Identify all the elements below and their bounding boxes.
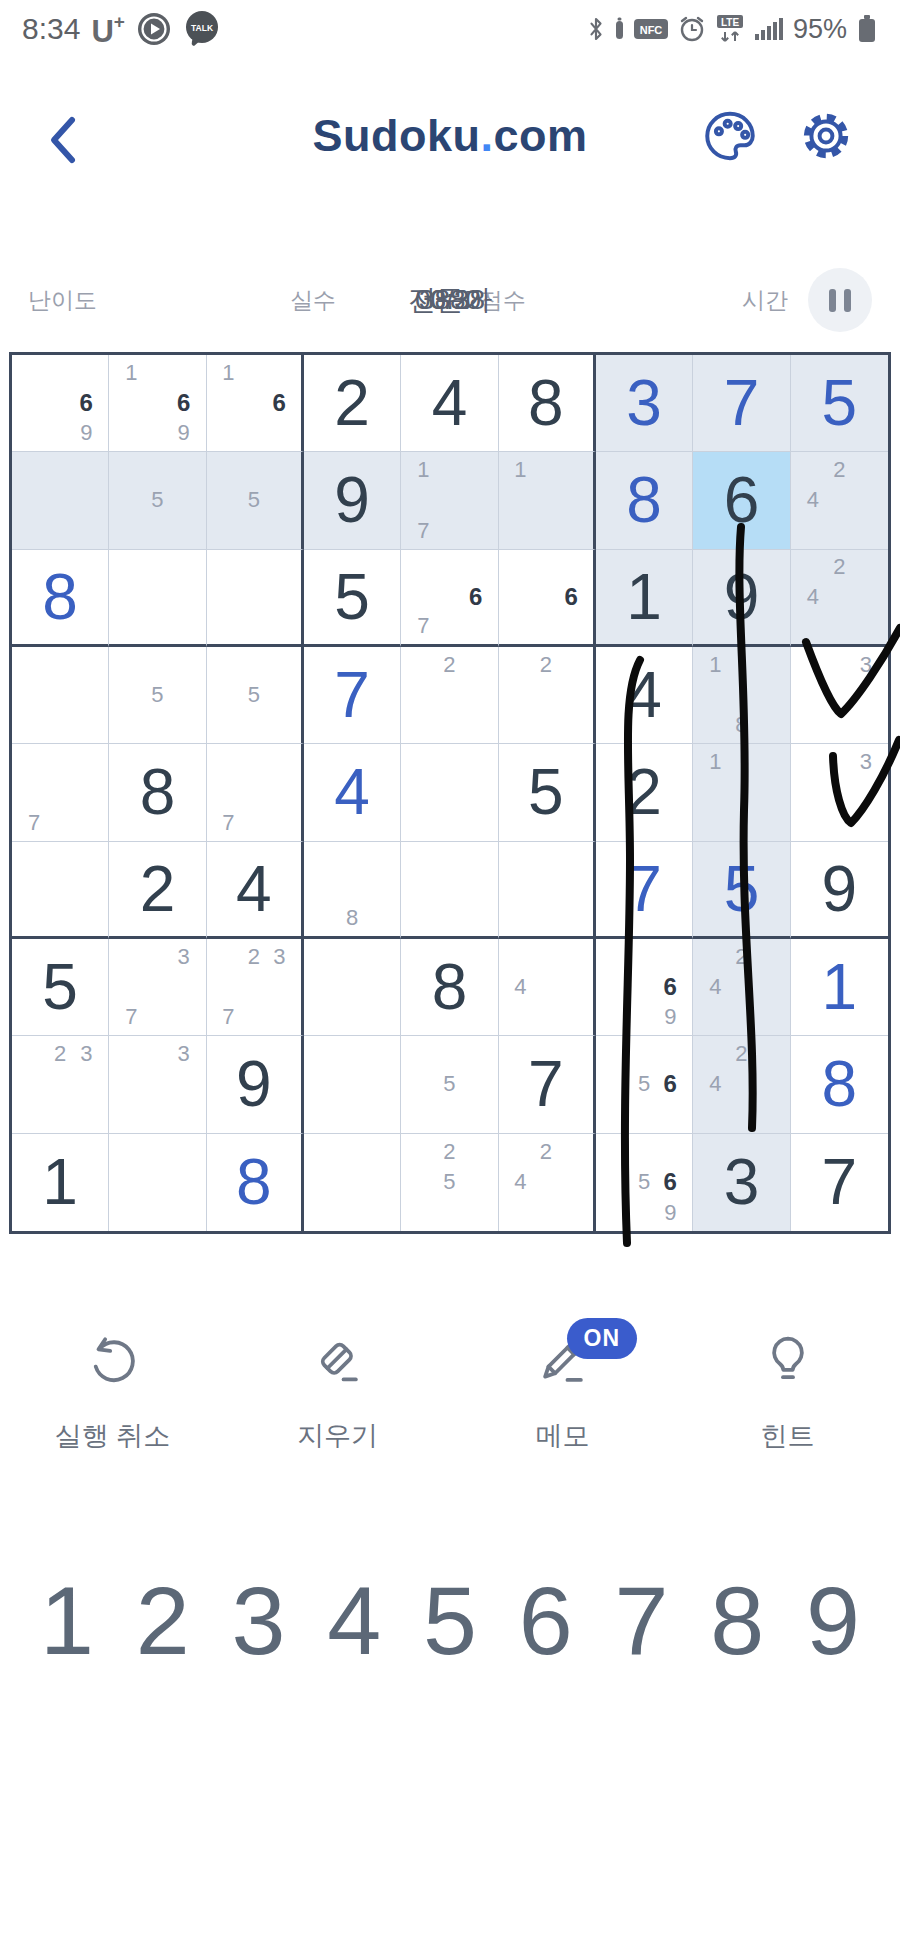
cell-r1c3[interactable]: 16 — [207, 355, 304, 452]
sudoku-board: 6916916248375559171862485676192455722418… — [9, 352, 891, 1234]
app-header: Sudoku.com — [0, 96, 900, 188]
cell-r4c8[interactable]: 18 — [693, 647, 790, 744]
cell-r7c6[interactable]: 4 — [499, 939, 596, 1036]
pencil-marks: 4 — [508, 942, 584, 1032]
pencil-marks: 6 — [508, 553, 584, 641]
cell-r6c4[interactable]: 8 — [304, 842, 401, 939]
sudoku-app-screen: 8:34 U+ TALK NFC — [0, 0, 900, 1950]
svg-text:NFC: NFC — [640, 24, 663, 36]
cell-r7c1[interactable]: 5 — [12, 939, 109, 1036]
cell-r5c2[interactable]: 8 — [109, 744, 206, 841]
pencil-marks: 8 — [313, 845, 391, 933]
pencil-marks: 25 — [410, 1137, 488, 1228]
tool-bar: 실행 취소 지우기 ON — [0, 1332, 900, 1454]
given-digit: 3 — [693, 1134, 789, 1231]
user-digit: 4 — [304, 744, 400, 840]
cell-r1c2[interactable]: 169 — [109, 355, 206, 452]
given-digit: 8 — [109, 744, 205, 840]
given-digit: 5 — [304, 550, 400, 644]
pencil-marks: 3 — [800, 747, 879, 837]
undo-icon — [84, 1332, 142, 1390]
cell-r7c3[interactable]: 237 — [207, 939, 304, 1036]
cell-r3c6[interactable]: 6 — [499, 550, 596, 647]
pencil-marks: 23 — [21, 1039, 99, 1129]
pencil-marks: 24 — [702, 942, 780, 1032]
cell-r4c4[interactable]: 7 — [304, 647, 401, 744]
cell-r2c5[interactable]: 17 — [401, 452, 498, 549]
play-badge-icon — [136, 11, 172, 47]
cell-r7c4[interactable] — [304, 939, 401, 1036]
pencil-marks: 17 — [410, 455, 488, 545]
pencil-marks: 2 — [410, 650, 488, 740]
given-digit: 9 — [693, 550, 789, 644]
numpad-3[interactable]: 3 — [232, 1556, 286, 1686]
given-digit: 6 — [693, 452, 789, 548]
numpad-7[interactable]: 7 — [615, 1556, 669, 1686]
given-digit: 2 — [304, 355, 400, 451]
cell-r5c9[interactable]: 3 — [791, 744, 888, 841]
numpad-9[interactable]: 9 — [806, 1556, 860, 1686]
cell-r2c8[interactable]: 6 — [693, 452, 790, 549]
cell-r1c6[interactable]: 8 — [499, 355, 596, 452]
erase-button[interactable]: 지우기 — [225, 1332, 450, 1454]
signal-strength-icon — [754, 16, 784, 42]
cell-r1c5[interactable]: 4 — [401, 355, 498, 452]
cell-r5c3[interactable]: 7 — [207, 744, 304, 841]
pencil-marks: 2 — [508, 650, 584, 740]
cell-r6c6[interactable] — [499, 842, 596, 939]
user-digit: 8 — [596, 452, 692, 548]
cell-r1c4[interactable]: 2 — [304, 355, 401, 452]
pencil-marks: 1 — [508, 455, 584, 545]
cell-r5c6[interactable]: 5 — [499, 744, 596, 841]
cell-r2c3[interactable]: 5 — [207, 452, 304, 549]
pencil-marks: 24 — [800, 455, 879, 545]
cell-r9c7[interactable]: 569 — [596, 1134, 693, 1231]
cell-r9c5[interactable]: 25 — [401, 1134, 498, 1231]
numpad-4[interactable]: 4 — [327, 1556, 381, 1686]
cell-r8c8[interactable]: 24 — [693, 1036, 790, 1133]
cell-r9c8[interactable]: 3 — [693, 1134, 790, 1231]
cell-r5c5[interactable] — [401, 744, 498, 841]
cell-r4c6[interactable]: 2 — [499, 647, 596, 744]
cell-r8c7[interactable]: 56 — [596, 1036, 693, 1133]
given-digit: 5 — [499, 744, 593, 840]
cell-r2c1[interactable] — [12, 452, 109, 549]
stat-time: 시간 03:28 — [598, 285, 788, 316]
cell-r3c1[interactable]: 8 — [12, 550, 109, 647]
palette-icon[interactable] — [702, 108, 758, 164]
cell-r4c3[interactable]: 5 — [207, 647, 304, 744]
pencil-marks: 18 — [702, 650, 780, 740]
given-digit: 8 — [499, 355, 593, 451]
cell-r6c1[interactable] — [12, 842, 109, 939]
pencil-marks: 56 — [605, 1039, 683, 1129]
cell-r8c3[interactable]: 9 — [207, 1036, 304, 1133]
cell-r2c6[interactable]: 1 — [499, 452, 596, 549]
cell-r7c8[interactable]: 24 — [693, 939, 790, 1036]
cell-r8c5[interactable]: 5 — [401, 1036, 498, 1133]
pencil-marks: 237 — [216, 942, 292, 1032]
user-digit: 8 — [12, 550, 108, 644]
pencil-marks: 7 — [21, 747, 99, 837]
pencil-marks: 3 — [800, 650, 879, 740]
battery-percent: 95% — [793, 14, 847, 45]
pencil-marks: 67 — [410, 553, 488, 641]
user-digit: 7 — [693, 355, 789, 451]
cell-r4c2[interactable]: 5 — [109, 647, 206, 744]
gear-icon[interactable] — [798, 108, 854, 164]
uplus-carrier-logo: U+ — [91, 12, 125, 47]
battery-icon — [856, 14, 878, 44]
cell-r5c8[interactable]: 1 — [693, 744, 790, 841]
given-digit: 4 — [207, 842, 301, 936]
pencil-marks: 3 — [118, 1039, 196, 1129]
pencil-marks: 69 — [21, 358, 99, 448]
cell-r6c9[interactable]: 9 — [791, 842, 888, 939]
cell-r8c2[interactable]: 3 — [109, 1036, 206, 1133]
cell-r4c1[interactable] — [12, 647, 109, 744]
number-pad: 123456789 — [0, 1556, 900, 1686]
lightbulb-icon — [759, 1332, 817, 1390]
cell-r2c7[interactable]: 8 — [596, 452, 693, 549]
pencil-marks: 5 — [410, 1039, 488, 1129]
user-digit: 5 — [693, 842, 789, 936]
given-digit: 8 — [401, 939, 497, 1035]
cell-r7c2[interactable]: 37 — [109, 939, 206, 1036]
user-digit: 8 — [207, 1134, 301, 1231]
cell-r9c2[interactable] — [109, 1134, 206, 1231]
cell-r6c5[interactable] — [401, 842, 498, 939]
notes-on-badge: ON — [567, 1318, 638, 1359]
cell-r3c5[interactable]: 67 — [401, 550, 498, 647]
cell-r6c7[interactable]: 7 — [596, 842, 693, 939]
pencil-marks: 5 — [118, 650, 196, 740]
pencil-marks: 1 — [702, 747, 780, 837]
hint-button[interactable]: 힌트 — [675, 1332, 900, 1454]
given-digit: 4 — [596, 647, 692, 743]
numpad-8[interactable]: 8 — [710, 1556, 764, 1686]
pencil-marks: 5 — [216, 650, 292, 740]
given-digit: 7 — [791, 1134, 888, 1231]
given-digit: 7 — [499, 1036, 593, 1132]
eraser-icon — [309, 1332, 367, 1390]
pencil-marks: 5 — [118, 455, 196, 545]
svg-text:TALK: TALK — [191, 23, 214, 33]
bluetooth-icon — [587, 16, 605, 42]
notes-button[interactable]: ON 메모 — [450, 1332, 675, 1454]
cell-r3c9[interactable]: 24 — [791, 550, 888, 647]
status-bar: 8:34 U+ TALK NFC — [0, 0, 900, 58]
cell-r6c3[interactable]: 4 — [207, 842, 304, 939]
user-digit: 5 — [791, 355, 888, 451]
given-digit: 9 — [304, 452, 400, 548]
alarm-icon — [678, 15, 706, 43]
pencil-marks: 69 — [605, 942, 683, 1032]
pencil-marks: 37 — [118, 942, 196, 1032]
given-digit: 9 — [791, 842, 888, 936]
user-digit: 1 — [791, 939, 888, 1035]
cell-r9c3[interactable]: 8 — [207, 1134, 304, 1231]
cell-r8c4[interactable] — [304, 1036, 401, 1133]
user-digit: 7 — [596, 842, 692, 936]
peripheral-battery-icon — [614, 16, 624, 42]
cell-r6c8[interactable]: 5 — [693, 842, 790, 939]
cell-r9c1[interactable]: 1 — [12, 1134, 109, 1231]
numpad-6[interactable]: 6 — [519, 1556, 573, 1686]
cell-r3c7[interactable]: 1 — [596, 550, 693, 647]
cell-r8c6[interactable]: 7 — [499, 1036, 596, 1133]
numpad-5[interactable]: 5 — [423, 1556, 477, 1686]
pencil-marks: 5 — [216, 455, 292, 545]
undo-button[interactable]: 실행 취소 — [0, 1332, 225, 1454]
pencil-marks: 24 — [508, 1137, 584, 1228]
cell-r3c4[interactable]: 5 — [304, 550, 401, 647]
numpad-2[interactable]: 2 — [136, 1556, 190, 1686]
cell-r2c2[interactable]: 5 — [109, 452, 206, 549]
cell-r5c4[interactable]: 4 — [304, 744, 401, 841]
cell-r7c7[interactable]: 69 — [596, 939, 693, 1036]
cell-r1c7[interactable]: 3 — [596, 355, 693, 452]
cell-r6c2[interactable]: 2 — [109, 842, 206, 939]
cell-r3c2[interactable] — [109, 550, 206, 647]
cell-r1c9[interactable]: 5 — [791, 355, 888, 452]
clock-time: 8:34 — [22, 12, 80, 46]
cell-r7c5[interactable]: 8 — [401, 939, 498, 1036]
kakaotalk-icon: TALK — [183, 9, 221, 49]
cell-r5c7[interactable]: 2 — [596, 744, 693, 841]
user-digit: 8 — [791, 1036, 888, 1132]
given-digit: 9 — [207, 1036, 301, 1132]
lte-updown-icon: LTE — [715, 14, 745, 44]
given-digit: 2 — [596, 744, 692, 840]
cell-r9c9[interactable]: 7 — [791, 1134, 888, 1231]
cell-r7c9[interactable]: 1 — [791, 939, 888, 1036]
given-digit: 4 — [401, 355, 497, 451]
cell-r5c1[interactable]: 7 — [12, 744, 109, 841]
cell-r8c9[interactable]: 8 — [791, 1036, 888, 1133]
given-digit: 5 — [12, 939, 108, 1035]
user-digit: 7 — [304, 647, 400, 743]
numpad-1[interactable]: 1 — [40, 1556, 94, 1686]
pencil-marks: 169 — [118, 358, 196, 448]
cell-r4c9[interactable]: 3 — [791, 647, 888, 744]
cell-r4c5[interactable]: 2 — [401, 647, 498, 744]
stats-row: 난이도 전문가 실수 0/3 점수 3880 시간 03:28 — [0, 250, 900, 350]
cell-r2c9[interactable]: 24 — [791, 452, 888, 549]
user-digit: 3 — [596, 355, 692, 451]
pencil-marks: 7 — [216, 747, 292, 837]
given-digit: 1 — [596, 550, 692, 644]
given-digit: 1 — [12, 1134, 108, 1231]
given-digit: 2 — [109, 842, 205, 936]
cell-r1c8[interactable]: 7 — [693, 355, 790, 452]
cell-r9c6[interactable]: 24 — [499, 1134, 596, 1231]
pencil-marks: 24 — [702, 1039, 780, 1129]
svg-text:LTE: LTE — [721, 17, 739, 28]
pencil-marks: 24 — [800, 553, 879, 641]
pencil-marks: 569 — [605, 1137, 683, 1228]
cell-r4c7[interactable]: 4 — [596, 647, 693, 744]
cell-r2c4[interactable]: 9 — [304, 452, 401, 549]
cell-r3c8[interactable]: 9 — [693, 550, 790, 647]
cell-r9c4[interactable] — [304, 1134, 401, 1231]
pencil-marks: 16 — [216, 358, 292, 448]
nfc-icon: NFC — [633, 16, 669, 42]
cell-r1c1[interactable]: 69 — [12, 355, 109, 452]
cell-r3c3[interactable] — [207, 550, 304, 647]
cell-r8c1[interactable]: 23 — [12, 1036, 109, 1133]
